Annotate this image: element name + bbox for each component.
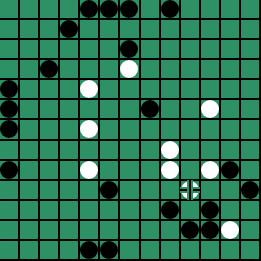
board-cell-r7-c8[interactable] xyxy=(161,141,181,161)
board-cell-r1-c12[interactable] xyxy=(241,20,261,40)
white-stone xyxy=(80,161,98,179)
board-cell-r5-c8[interactable] xyxy=(161,100,181,120)
black-stone xyxy=(161,201,179,219)
board-cell-r1-c4[interactable] xyxy=(80,20,100,40)
board-cell-r4-c11[interactable] xyxy=(221,80,241,100)
board-cell-r8-c1[interactable] xyxy=(20,161,40,181)
board-cell-r1-c1[interactable] xyxy=(20,20,40,40)
board-cell-r11-c10[interactable] xyxy=(201,221,221,241)
board-cell-r1-c3[interactable] xyxy=(60,20,80,40)
board-cell-r0-c6[interactable] xyxy=(120,0,140,20)
board-cell-r8-c8[interactable] xyxy=(161,161,181,181)
white-stone xyxy=(201,100,219,118)
board-cell-r7-c12[interactable] xyxy=(241,141,261,161)
board-cell-r4-c9[interactable] xyxy=(181,80,201,100)
board-cell-r10-c9[interactable] xyxy=(181,201,201,221)
board-cell-r3-c10[interactable] xyxy=(201,60,221,80)
board-cell-r8-c4[interactable] xyxy=(80,161,100,181)
board-cell-r11-c2[interactable] xyxy=(40,221,60,241)
board-cell-r12-c9[interactable] xyxy=(181,241,201,261)
board-cell-r7-c1[interactable] xyxy=(20,141,40,161)
white-stone xyxy=(221,221,239,239)
board-cell-r7-c3[interactable] xyxy=(60,141,80,161)
board-cell-r4-c3[interactable] xyxy=(60,80,80,100)
board-cell-r9-c8[interactable] xyxy=(161,181,181,201)
board-cell-r4-c8[interactable] xyxy=(161,80,181,100)
board-cell-r10-c3[interactable] xyxy=(60,201,80,221)
board-cell-r6-c9[interactable] xyxy=(181,120,201,140)
board-cell-r6-c3[interactable] xyxy=(60,120,80,140)
black-stone xyxy=(0,100,18,118)
board-cell-r2-c4[interactable] xyxy=(80,40,100,60)
board-cell-r3-c3[interactable] xyxy=(60,60,80,80)
board-cell-r0-c0[interactable] xyxy=(0,0,20,20)
board-cell-r4-c5[interactable] xyxy=(100,80,120,100)
board-cell-r9-c12[interactable] xyxy=(241,181,261,201)
board-cell-r6-c11[interactable] xyxy=(221,120,241,140)
board-cell-r9-c7[interactable] xyxy=(141,181,161,201)
board-cell-r5-c11[interactable] xyxy=(221,100,241,120)
black-stone xyxy=(221,161,239,179)
board-cell-r4-c1[interactable] xyxy=(20,80,40,100)
black-stone xyxy=(120,0,138,18)
board-cell-r4-c12[interactable] xyxy=(241,80,261,100)
board-cell-r1-c7[interactable] xyxy=(141,20,161,40)
board-cell-r11-c5[interactable] xyxy=(100,221,120,241)
board-cell-r10-c10[interactable] xyxy=(201,201,221,221)
board-cell-r12-c4[interactable] xyxy=(80,241,100,261)
board-cell-r4-c7[interactable] xyxy=(141,80,161,100)
board-cell-r8-c3[interactable] xyxy=(60,161,80,181)
board-cell-r0-c5[interactable] xyxy=(100,0,120,20)
white-stone xyxy=(80,80,98,98)
board-cell-r0-c12[interactable] xyxy=(241,0,261,20)
black-stone xyxy=(100,241,118,259)
board-cell-r7-c7[interactable] xyxy=(141,141,161,161)
board-cell-r5-c5[interactable] xyxy=(100,100,120,120)
board-cell-r3-c2[interactable] xyxy=(40,60,60,80)
board-cell-r0-c10[interactable] xyxy=(201,0,221,20)
black-stone xyxy=(141,100,159,118)
board-cell-r10-c6[interactable] xyxy=(120,201,140,221)
board-cell-r7-c5[interactable] xyxy=(100,141,120,161)
board-cell-r1-c6[interactable] xyxy=(120,20,140,40)
board-cell-r9-c3[interactable] xyxy=(60,181,80,201)
board-cell-r12-c8[interactable] xyxy=(161,241,181,261)
white-stone xyxy=(120,60,138,78)
board-cell-r5-c9[interactable] xyxy=(181,100,201,120)
board-cell-r5-c7[interactable] xyxy=(141,100,161,120)
board-cell-r0-c11[interactable] xyxy=(221,0,241,20)
white-stone xyxy=(80,120,98,138)
board-cell-r10-c4[interactable] xyxy=(80,201,100,221)
board-cell-r3-c0[interactable] xyxy=(0,60,20,80)
board-cell-r2-c2[interactable] xyxy=(40,40,60,60)
board-cell-r10-c2[interactable] xyxy=(40,201,60,221)
cross-marked-white-stone xyxy=(181,181,199,199)
board-cell-r10-c1[interactable] xyxy=(20,201,40,221)
board-cell-r12-c6[interactable] xyxy=(120,241,140,261)
game-screen xyxy=(0,0,261,261)
board-cell-r7-c10[interactable] xyxy=(201,141,221,161)
black-stone xyxy=(241,181,259,199)
board-cell-r8-c6[interactable] xyxy=(120,161,140,181)
board-cell-r1-c8[interactable] xyxy=(161,20,181,40)
board-cell-r2-c11[interactable] xyxy=(221,40,241,60)
board-cell-r2-c5[interactable] xyxy=(100,40,120,60)
board-cell-r12-c1[interactable] xyxy=(20,241,40,261)
board-cell-r12-c11[interactable] xyxy=(221,241,241,261)
black-stone xyxy=(100,181,118,199)
board-cell-r5-c4[interactable] xyxy=(80,100,100,120)
board-cell-r9-c0[interactable] xyxy=(0,181,20,201)
board-cell-r8-c0[interactable] xyxy=(0,161,20,181)
black-stone xyxy=(0,161,18,179)
board-cell-r2-c9[interactable] xyxy=(181,40,201,60)
board-cell-r9-c4[interactable] xyxy=(80,181,100,201)
board-cell-r10-c0[interactable] xyxy=(0,201,20,221)
board-cell-r5-c12[interactable] xyxy=(241,100,261,120)
game-board xyxy=(0,0,261,261)
board-cell-r4-c10[interactable] xyxy=(201,80,221,100)
board-cell-r2-c6[interactable] xyxy=(120,40,140,60)
board-cell-r9-c6[interactable] xyxy=(120,181,140,201)
board-cell-r10-c11[interactable] xyxy=(221,201,241,221)
black-stone xyxy=(0,120,18,138)
board-cell-r8-c9[interactable] xyxy=(181,161,201,181)
black-stone xyxy=(0,80,18,98)
board-cell-r9-c9[interactable] xyxy=(181,181,201,201)
board-cell-r2-c0[interactable] xyxy=(0,40,20,60)
board-cell-r11-c6[interactable] xyxy=(120,221,140,241)
black-stone xyxy=(80,0,98,18)
board-cell-r0-c8[interactable] xyxy=(161,0,181,20)
board-cell-r7-c0[interactable] xyxy=(0,141,20,161)
board-cell-r7-c9[interactable] xyxy=(181,141,201,161)
board-cell-r6-c8[interactable] xyxy=(161,120,181,140)
board-cell-r9-c5[interactable] xyxy=(100,181,120,201)
board-cell-r8-c2[interactable] xyxy=(40,161,60,181)
board-cell-r11-c3[interactable] xyxy=(60,221,80,241)
white-stone xyxy=(161,141,179,159)
black-stone xyxy=(120,40,138,58)
black-stone xyxy=(80,241,98,259)
board-cell-r11-c4[interactable] xyxy=(80,221,100,241)
board-cell-r3-c6[interactable] xyxy=(120,60,140,80)
board-cell-r2-c8[interactable] xyxy=(161,40,181,60)
board-cell-r9-c10[interactable] xyxy=(201,181,221,201)
board-cell-r9-c2[interactable] xyxy=(40,181,60,201)
board-cell-r12-c12[interactable] xyxy=(241,241,261,261)
board-cell-r2-c7[interactable] xyxy=(141,40,161,60)
board-cell-r6-c0[interactable] xyxy=(0,120,20,140)
board-cell-r5-c3[interactable] xyxy=(60,100,80,120)
board-cell-r12-c0[interactable] xyxy=(0,241,20,261)
black-stone xyxy=(60,20,78,38)
board-cell-r2-c1[interactable] xyxy=(20,40,40,60)
board-cell-r3-c4[interactable] xyxy=(80,60,100,80)
board-cell-r2-c10[interactable] xyxy=(201,40,221,60)
board-cell-r12-c2[interactable] xyxy=(40,241,60,261)
board-cell-r7-c6[interactable] xyxy=(120,141,140,161)
board-cell-r9-c1[interactable] xyxy=(20,181,40,201)
board-cell-r12-c5[interactable] xyxy=(100,241,120,261)
white-stone xyxy=(161,161,179,179)
board-cell-r4-c0[interactable] xyxy=(0,80,20,100)
board-cell-r5-c0[interactable] xyxy=(0,100,20,120)
board-cell-r10-c12[interactable] xyxy=(241,201,261,221)
board-cell-r0-c7[interactable] xyxy=(141,0,161,20)
board-cell-r2-c12[interactable] xyxy=(241,40,261,60)
board-cell-r3-c7[interactable] xyxy=(141,60,161,80)
board-cell-r1-c9[interactable] xyxy=(181,20,201,40)
board-cell-r6-c1[interactable] xyxy=(20,120,40,140)
board-cell-r8-c10[interactable] xyxy=(201,161,221,181)
board-cell-r11-c7[interactable] xyxy=(141,221,161,241)
board-cell-r1-c10[interactable] xyxy=(201,20,221,40)
board-cell-r7-c11[interactable] xyxy=(221,141,241,161)
board-cell-r0-c3[interactable] xyxy=(60,0,80,20)
board-cell-r6-c10[interactable] xyxy=(201,120,221,140)
board-cell-r7-c4[interactable] xyxy=(80,141,100,161)
board-cell-r8-c7[interactable] xyxy=(141,161,161,181)
board-cell-r12-c7[interactable] xyxy=(141,241,161,261)
board-cell-r0-c2[interactable] xyxy=(40,0,60,20)
board-cell-r10-c5[interactable] xyxy=(100,201,120,221)
black-stone xyxy=(161,0,179,18)
board-cell-r1-c5[interactable] xyxy=(100,20,120,40)
board-cell-r3-c5[interactable] xyxy=(100,60,120,80)
board-cell-r3-c8[interactable] xyxy=(161,60,181,80)
board-cell-r6-c2[interactable] xyxy=(40,120,60,140)
board-cell-r12-c3[interactable] xyxy=(60,241,80,261)
board-cell-r11-c0[interactable] xyxy=(0,221,20,241)
board-cell-r3-c9[interactable] xyxy=(181,60,201,80)
board-cell-r11-c11[interactable] xyxy=(221,221,241,241)
board-cell-r4-c4[interactable] xyxy=(80,80,100,100)
board-cell-r11-c12[interactable] xyxy=(241,221,261,241)
board-cell-r0-c1[interactable] xyxy=(20,0,40,20)
board-cell-r8-c11[interactable] xyxy=(221,161,241,181)
black-stone xyxy=(201,221,219,239)
board-cell-r8-c5[interactable] xyxy=(100,161,120,181)
board-cell-r5-c1[interactable] xyxy=(20,100,40,120)
board-cell-r6-c4[interactable] xyxy=(80,120,100,140)
board-cell-r4-c2[interactable] xyxy=(40,80,60,100)
board-cell-r6-c7[interactable] xyxy=(141,120,161,140)
board-cell-r11-c8[interactable] xyxy=(161,221,181,241)
white-stone xyxy=(201,161,219,179)
board-cell-r3-c1[interactable] xyxy=(20,60,40,80)
board-cell-r0-c4[interactable] xyxy=(80,0,100,20)
board-cell-r11-c1[interactable] xyxy=(20,221,40,241)
board-cell-r0-c9[interactable] xyxy=(181,0,201,20)
board-cell-r5-c6[interactable] xyxy=(120,100,140,120)
board-cell-r8-c12[interactable] xyxy=(241,161,261,181)
board-cell-r5-c2[interactable] xyxy=(40,100,60,120)
board-cell-r4-c6[interactable] xyxy=(120,80,140,100)
board-cell-r10-c7[interactable] xyxy=(141,201,161,221)
board-cell-r3-c11[interactable] xyxy=(221,60,241,80)
board-cell-r5-c10[interactable] xyxy=(201,100,221,120)
board-cell-r2-c3[interactable] xyxy=(60,40,80,60)
black-stone xyxy=(181,221,199,239)
board-cell-r6-c6[interactable] xyxy=(120,120,140,140)
board-cell-r1-c0[interactable] xyxy=(0,20,20,40)
board-cell-r6-c12[interactable] xyxy=(241,120,261,140)
board-cell-r1-c11[interactable] xyxy=(221,20,241,40)
board-cell-r12-c10[interactable] xyxy=(201,241,221,261)
board-cell-r6-c5[interactable] xyxy=(100,120,120,140)
black-stone xyxy=(40,60,58,78)
board-cell-r11-c9[interactable] xyxy=(181,221,201,241)
black-stone xyxy=(100,0,118,18)
board-cell-r9-c11[interactable] xyxy=(221,181,241,201)
black-stone xyxy=(201,201,219,219)
board-cell-r1-c2[interactable] xyxy=(40,20,60,40)
board-cell-r10-c8[interactable] xyxy=(161,201,181,221)
board-cell-r3-c12[interactable] xyxy=(241,60,261,80)
board-cell-r7-c2[interactable] xyxy=(40,141,60,161)
